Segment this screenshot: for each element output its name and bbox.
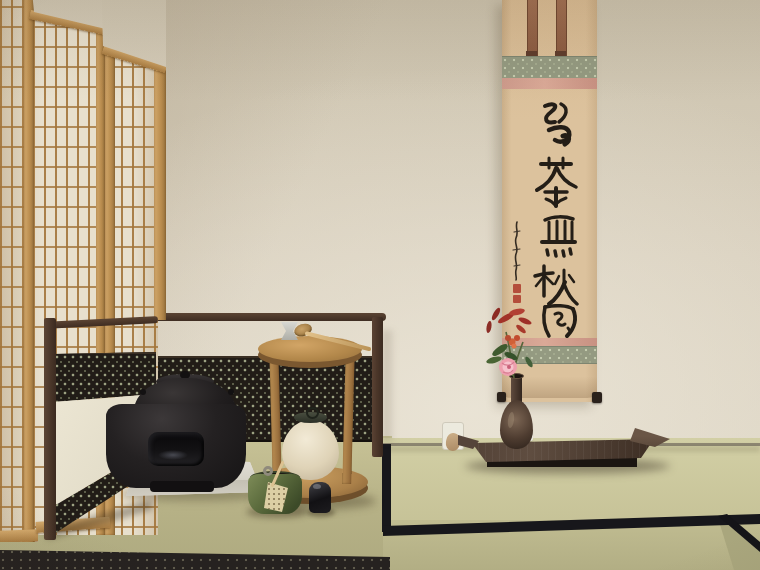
shoji-stile [24,0,34,542]
kekkai-wall-shadow [383,330,396,442]
display-board [458,424,670,464]
artist-seal [513,295,521,303]
water-jar [282,420,339,480]
wing-near-stile [44,318,56,540]
calligraphy-character-3 [537,214,579,262]
calligraphy-signature [510,220,525,282]
kekkai-right-post [372,317,383,457]
calligraphy-character-4 [531,262,579,310]
artist-seal [513,284,521,293]
metal-ring-handle [263,466,273,476]
futai-strap [527,0,538,57]
stand-top [258,336,362,362]
calligraphy-character-1 [535,100,577,152]
brazier-inner-glint [158,450,188,460]
futai-strap [556,0,567,57]
scroll-brocade-band-top [502,56,597,80]
shoji-stile [154,63,166,323]
brazier-fire-opening [148,432,204,466]
kettle-lug [228,389,234,395]
brazier-foot [150,481,214,492]
scroll-pink-strip-top [502,78,597,89]
container-highlight [313,484,321,489]
tatami-border-horizontal [383,512,760,538]
chabana-flowers [476,304,548,384]
calligraphy-character-2 [533,154,579,212]
kekkai-top-rail [146,313,386,321]
scroll-roller-knob-right [592,392,602,403]
water-jar-knob [306,407,319,419]
scroll-roller-knob-left [497,392,506,402]
kettle-lug [140,389,146,395]
shoji-bottom-rail [0,529,38,542]
tea-room-photo [0,0,760,570]
